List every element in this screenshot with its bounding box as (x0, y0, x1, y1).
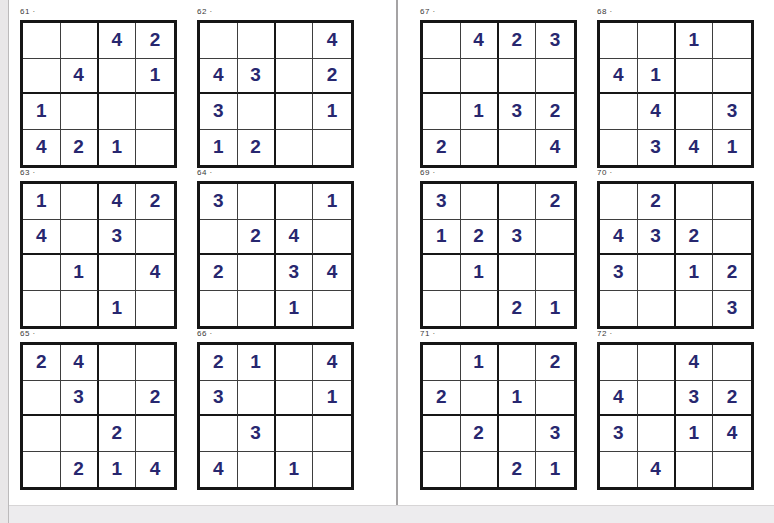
sudoku-cell-71-r1c2: 1 (461, 345, 499, 381)
sudoku-cell-68-r4c2: 3 (638, 130, 676, 166)
sudoku-cell-66-r4c2 (238, 452, 276, 488)
sudoku-cell-62-r4c1: 1 (200, 130, 238, 166)
sudoku-cell-68-r4c3: 4 (676, 130, 714, 166)
sudoku-cell-64-r1c1: 3 (200, 184, 238, 220)
sudoku-cell-64-r4c4 (313, 291, 351, 327)
sudoku-cell-71-r4c3: 2 (499, 452, 537, 488)
sudoku-cell-63-r2c3: 3 (99, 220, 137, 256)
sudoku-cell-61-r2c1 (23, 59, 61, 95)
sudoku-cell-71-r3c2: 2 (461, 416, 499, 452)
sudoku-cell-65-r4c4: 4 (136, 452, 174, 488)
sudoku-cell-62-r1c4: 4 (313, 23, 351, 59)
sudoku-puzzle-67: 67 ·42313224 (420, 20, 577, 168)
sudoku-cell-71-r1c1 (423, 345, 461, 381)
sudoku-cell-61-r2c2: 4 (61, 59, 99, 95)
sudoku-cell-65-r3c2 (61, 416, 99, 452)
sudoku-cell-62-r1c3 (276, 23, 314, 59)
sudoku-cell-71-r2c1: 2 (423, 381, 461, 417)
sudoku-cell-68-r2c2: 1 (638, 59, 676, 95)
sudoku-cell-67-r1c1 (423, 23, 461, 59)
sudoku-cell-66-r1c2: 1 (238, 345, 276, 381)
sudoku-puzzle-65: 65 ·24322214 (20, 342, 177, 490)
sudoku-cell-64-r1c4: 1 (313, 184, 351, 220)
sudoku-cell-66-r4c1: 4 (200, 452, 238, 488)
sudoku-cell-66-r2c4: 1 (313, 381, 351, 417)
sudoku-cell-68-r3c3 (676, 94, 714, 130)
sudoku-cell-61-r1c1 (23, 23, 61, 59)
sudoku-cell-67-r3c3: 3 (499, 94, 537, 130)
sudoku-cell-70-r4c1 (600, 291, 638, 327)
sudoku-cell-71-r4c2 (461, 452, 499, 488)
sudoku-cell-63-r3c1 (23, 255, 61, 291)
sudoku-cell-67-r4c1: 2 (423, 130, 461, 166)
sudoku-cell-64-r3c3: 3 (276, 255, 314, 291)
sudoku-cell-72-r2c1: 4 (600, 381, 638, 417)
sudoku-cell-66-r1c1: 2 (200, 345, 238, 381)
sudoku-puzzle-61: 61 ·42411421 (20, 20, 177, 168)
puzzle-label-72: 72 · (597, 329, 613, 339)
sudoku-board-69: 32123121 (420, 181, 577, 329)
sudoku-cell-69-r4c3: 2 (499, 291, 537, 327)
sudoku-cell-68-r4c4: 1 (713, 130, 751, 166)
sudoku-cell-66-r4c3: 1 (276, 452, 314, 488)
sudoku-cell-68-r2c4 (713, 59, 751, 95)
sudoku-cell-67-r2c1 (423, 59, 461, 95)
sudoku-puzzle-71: 71 ·12212321 (420, 342, 577, 490)
sudoku-cell-68-r1c1 (600, 23, 638, 59)
sudoku-cell-72-r3c1: 3 (600, 416, 638, 452)
sudoku-puzzle-66: 66 ·21431341 (197, 342, 354, 490)
sudoku-cell-65-r4c3: 1 (99, 452, 137, 488)
sudoku-puzzle-68: 68 ·14143341 (597, 20, 754, 168)
page-edge-left (0, 0, 9, 523)
sudoku-cell-70-r3c4: 2 (713, 255, 751, 291)
sudoku-cell-65-r1c4 (136, 345, 174, 381)
sudoku-puzzle-72: 72 ·44323144 (597, 342, 754, 490)
sudoku-board-71: 12212321 (420, 342, 577, 490)
sudoku-cell-61-r3c1: 1 (23, 94, 61, 130)
sudoku-cell-67-r3c4: 2 (536, 94, 574, 130)
sudoku-cell-64-r2c1 (200, 220, 238, 256)
sudoku-cell-72-r3c4: 4 (713, 416, 751, 452)
sudoku-cell-67-r1c4: 3 (536, 23, 574, 59)
sudoku-cell-65-r2c3 (99, 381, 137, 417)
puzzle-label-64: 64 · (197, 168, 213, 178)
sudoku-cell-69-r1c2 (461, 184, 499, 220)
sudoku-cell-63-r4c2 (61, 291, 99, 327)
sudoku-cell-71-r2c3: 1 (499, 381, 537, 417)
sudoku-cell-61-r4c1: 4 (23, 130, 61, 166)
sudoku-cell-69-r3c3 (499, 255, 537, 291)
sudoku-cell-72-r2c4: 2 (713, 381, 751, 417)
sudoku-cell-66-r3c3 (276, 416, 314, 452)
sudoku-cell-62-r4c2: 2 (238, 130, 276, 166)
sudoku-cell-68-r2c3 (676, 59, 714, 95)
sudoku-cell-68-r3c2: 4 (638, 94, 676, 130)
sudoku-board-68: 14143341 (597, 20, 754, 168)
sudoku-cell-69-r2c3: 3 (499, 220, 537, 256)
sudoku-cell-72-r2c3: 3 (676, 381, 714, 417)
sudoku-cell-72-r3c2 (638, 416, 676, 452)
sudoku-puzzle-63: 63 ·14243141 (20, 181, 177, 329)
sudoku-cell-72-r4c3 (676, 452, 714, 488)
sudoku-cell-63-r1c3: 4 (99, 184, 137, 220)
sudoku-cell-61-r4c4 (136, 130, 174, 166)
sudoku-cell-71-r2c2 (461, 381, 499, 417)
puzzle-label-62: 62 · (197, 7, 213, 17)
sudoku-cell-62-r2c2: 3 (238, 59, 276, 95)
sudoku-cell-63-r4c3: 1 (99, 291, 137, 327)
sudoku-cell-65-r1c1: 2 (23, 345, 61, 381)
sudoku-cell-70-r4c4: 3 (713, 291, 751, 327)
sudoku-cell-62-r2c4: 2 (313, 59, 351, 95)
sudoku-cell-68-r1c4 (713, 23, 751, 59)
puzzle-label-71: 71 · (420, 329, 436, 339)
sudoku-cell-65-r2c4: 2 (136, 381, 174, 417)
sudoku-board-62: 44323112 (197, 20, 354, 168)
sudoku-cell-63-r1c1: 1 (23, 184, 61, 220)
sudoku-board-66: 21431341 (197, 342, 354, 490)
sudoku-cell-72-r4c2: 4 (638, 452, 676, 488)
sudoku-cell-68-r1c2 (638, 23, 676, 59)
sudoku-cell-62-r1c2 (238, 23, 276, 59)
sudoku-cell-65-r4c1 (23, 452, 61, 488)
sudoku-cell-70-r2c3: 2 (676, 220, 714, 256)
sudoku-cell-61-r1c3: 4 (99, 23, 137, 59)
sudoku-cell-62-r2c1: 4 (200, 59, 238, 95)
sudoku-cell-64-r4c2 (238, 291, 276, 327)
sudoku-cell-65-r4c2: 2 (61, 452, 99, 488)
sudoku-cell-71-r3c1 (423, 416, 461, 452)
sudoku-cell-71-r4c1 (423, 452, 461, 488)
sudoku-cell-61-r1c4: 2 (136, 23, 174, 59)
sudoku-cell-70-r4c3 (676, 291, 714, 327)
sudoku-cell-62-r3c2 (238, 94, 276, 130)
sudoku-cell-69-r2c4 (536, 220, 574, 256)
sudoku-cell-70-r3c1: 3 (600, 255, 638, 291)
sudoku-cell-62-r4c4 (313, 130, 351, 166)
puzzle-label-61: 61 · (20, 7, 36, 17)
sudoku-cell-72-r1c4 (713, 345, 751, 381)
sudoku-cell-63-r1c4: 2 (136, 184, 174, 220)
page-divider (396, 0, 398, 511)
puzzle-label-70: 70 · (597, 168, 613, 178)
sudoku-cell-66-r1c4: 4 (313, 345, 351, 381)
sudoku-cell-66-r1c3 (276, 345, 314, 381)
sudoku-cell-70-r1c2: 2 (638, 184, 676, 220)
sudoku-cell-71-r1c3 (499, 345, 537, 381)
sudoku-cell-67-r3c1 (423, 94, 461, 130)
sudoku-cell-65-r1c3 (99, 345, 137, 381)
sudoku-cell-70-r2c1: 4 (600, 220, 638, 256)
sudoku-cell-72-r4c4 (713, 452, 751, 488)
sudoku-cell-64-r1c3 (276, 184, 314, 220)
sudoku-cell-70-r1c3 (676, 184, 714, 220)
sudoku-cell-61-r3c4 (136, 94, 174, 130)
pdf-viewport: 61 ·4241142162 ·4432311263 ·1424314164 ·… (0, 0, 774, 523)
sudoku-cell-61-r4c3: 1 (99, 130, 137, 166)
sudoku-cell-69-r4c2 (461, 291, 499, 327)
sudoku-cell-61-r2c4: 1 (136, 59, 174, 95)
sudoku-cell-70-r4c2 (638, 291, 676, 327)
sudoku-cell-70-r2c2: 3 (638, 220, 676, 256)
sudoku-cell-71-r2c4 (536, 381, 574, 417)
sudoku-cell-65-r2c2: 3 (61, 381, 99, 417)
sudoku-cell-64-r2c3: 4 (276, 220, 314, 256)
sudoku-cell-67-r2c2 (461, 59, 499, 95)
puzzle-label-65: 65 · (20, 329, 36, 339)
sudoku-cell-61-r3c3 (99, 94, 137, 130)
sudoku-cell-63-r1c2 (61, 184, 99, 220)
sudoku-cell-72-r1c3: 4 (676, 345, 714, 381)
sudoku-cell-69-r4c1 (423, 291, 461, 327)
sudoku-cell-63-r4c1 (23, 291, 61, 327)
sudoku-cell-62-r3c4: 1 (313, 94, 351, 130)
sudoku-cell-65-r2c1 (23, 381, 61, 417)
sudoku-cell-65-r1c2: 4 (61, 345, 99, 381)
sudoku-cell-66-r2c1: 3 (200, 381, 238, 417)
sudoku-cell-69-r1c3 (499, 184, 537, 220)
sudoku-cell-62-r3c3 (276, 94, 314, 130)
sudoku-cell-70-r3c2 (638, 255, 676, 291)
sudoku-cell-63-r2c1: 4 (23, 220, 61, 256)
puzzle-label-66: 66 · (197, 329, 213, 339)
sudoku-cell-65-r3c1 (23, 416, 61, 452)
sudoku-cell-70-r1c1 (600, 184, 638, 220)
sudoku-board-72: 44323144 (597, 342, 754, 490)
sudoku-board-67: 42313224 (420, 20, 577, 168)
sudoku-cell-69-r3c2: 1 (461, 255, 499, 291)
sudoku-cell-66-r2c3 (276, 381, 314, 417)
sudoku-cell-64-r3c4: 4 (313, 255, 351, 291)
sudoku-cell-64-r3c2 (238, 255, 276, 291)
sudoku-puzzle-64: 64 ·31242341 (197, 181, 354, 329)
sudoku-cell-67-r1c3: 2 (499, 23, 537, 59)
sudoku-cell-61-r2c3 (99, 59, 137, 95)
sudoku-board-65: 24322214 (20, 342, 177, 490)
sudoku-cell-64-r2c4 (313, 220, 351, 256)
sudoku-cell-63-r3c4: 4 (136, 255, 174, 291)
sudoku-cell-71-r3c3 (499, 416, 537, 452)
sudoku-cell-62-r2c3 (276, 59, 314, 95)
sudoku-cell-72-r1c1 (600, 345, 638, 381)
sudoku-cell-68-r3c1 (600, 94, 638, 130)
sudoku-cell-69-r3c4 (536, 255, 574, 291)
sudoku-cell-65-r3c3: 2 (99, 416, 137, 452)
sudoku-cell-61-r4c2: 2 (61, 130, 99, 166)
sudoku-cell-66-r3c2: 3 (238, 416, 276, 452)
sudoku-cell-68-r4c1 (600, 130, 638, 166)
sudoku-cell-69-r1c1: 3 (423, 184, 461, 220)
page-edge-bottom (9, 505, 774, 523)
sudoku-cell-67-r1c2: 4 (461, 23, 499, 59)
sudoku-cell-67-r4c4: 4 (536, 130, 574, 166)
sudoku-cell-67-r3c2: 1 (461, 94, 499, 130)
sudoku-cell-61-r1c2 (61, 23, 99, 59)
sudoku-cell-63-r2c2 (61, 220, 99, 256)
sudoku-cell-67-r2c3 (499, 59, 537, 95)
sudoku-cell-61-r3c2 (61, 94, 99, 130)
sudoku-cell-70-r3c3: 1 (676, 255, 714, 291)
sudoku-cell-68-r1c3: 1 (676, 23, 714, 59)
sudoku-cell-72-r1c2 (638, 345, 676, 381)
sudoku-cell-69-r2c2: 2 (461, 220, 499, 256)
sudoku-cell-62-r4c3 (276, 130, 314, 166)
puzzle-label-63: 63 · (20, 168, 36, 178)
sudoku-cell-64-r1c2 (238, 184, 276, 220)
sudoku-cell-65-r3c4 (136, 416, 174, 452)
sudoku-cell-69-r1c4: 2 (536, 184, 574, 220)
sudoku-cell-62-r1c1 (200, 23, 238, 59)
sudoku-cell-63-r3c2: 1 (61, 255, 99, 291)
sudoku-board-63: 14243141 (20, 181, 177, 329)
sudoku-cell-66-r4c4 (313, 452, 351, 488)
sudoku-cell-64-r3c1: 2 (200, 255, 238, 291)
sudoku-puzzle-70: 70 ·24323123 (597, 181, 754, 329)
sudoku-cell-63-r3c3 (99, 255, 137, 291)
sudoku-cell-66-r3c1 (200, 416, 238, 452)
sudoku-cell-67-r2c4 (536, 59, 574, 95)
sudoku-cell-71-r1c4: 2 (536, 345, 574, 381)
sudoku-cell-69-r3c1 (423, 255, 461, 291)
sudoku-board-61: 42411421 (20, 20, 177, 168)
puzzle-label-69: 69 · (420, 168, 436, 178)
sudoku-cell-70-r1c4 (713, 184, 751, 220)
sudoku-cell-64-r4c1 (200, 291, 238, 327)
sudoku-puzzle-69: 69 ·32123121 (420, 181, 577, 329)
sudoku-cell-67-r4c2 (461, 130, 499, 166)
sudoku-cell-72-r2c2 (638, 381, 676, 417)
sudoku-cell-70-r2c4 (713, 220, 751, 256)
sudoku-cell-67-r4c3 (499, 130, 537, 166)
sudoku-cell-68-r3c4: 3 (713, 94, 751, 130)
sudoku-cell-66-r3c4 (313, 416, 351, 452)
sudoku-board-70: 24323123 (597, 181, 754, 329)
sudoku-cell-62-r3c1: 3 (200, 94, 238, 130)
sudoku-cell-71-r4c4: 1 (536, 452, 574, 488)
puzzle-label-68: 68 · (597, 7, 613, 17)
sudoku-puzzle-62: 62 ·44323112 (197, 20, 354, 168)
sudoku-cell-71-r3c4: 3 (536, 416, 574, 452)
sudoku-cell-69-r4c4: 1 (536, 291, 574, 327)
sudoku-cell-72-r3c3: 1 (676, 416, 714, 452)
sudoku-cell-63-r2c4 (136, 220, 174, 256)
sudoku-cell-68-r2c1: 4 (600, 59, 638, 95)
sudoku-cell-66-r2c2 (238, 381, 276, 417)
sudoku-cell-64-r4c3: 1 (276, 291, 314, 327)
sudoku-cell-72-r4c1 (600, 452, 638, 488)
puzzle-label-67: 67 · (420, 7, 436, 17)
sudoku-cell-69-r2c1: 1 (423, 220, 461, 256)
sudoku-board-64: 31242341 (197, 181, 354, 329)
sudoku-cell-64-r2c2: 2 (238, 220, 276, 256)
sudoku-cell-63-r4c4 (136, 291, 174, 327)
